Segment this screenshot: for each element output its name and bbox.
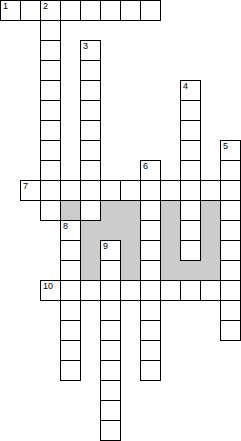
blocked-cell-r12c6 [120,240,141,261]
cell-r9c5[interactable] [100,180,121,201]
cell-r9c2[interactable] [40,180,61,201]
blocked-cell-r13c8 [160,260,181,281]
cell-r4c4[interactable] [80,80,101,101]
cell-r2c2[interactable] [40,40,61,61]
cell-r3c4[interactable] [80,60,101,81]
cell-r12c11[interactable] [220,240,241,261]
cell-r15c3[interactable] [60,300,81,321]
cell-r15c5[interactable] [100,300,121,321]
blocked-cell-r13c10 [200,260,221,281]
cell-r0c0[interactable]: 1 [0,0,21,21]
cell-r11c7[interactable] [140,220,161,241]
cell-r11c9[interactable] [180,220,201,241]
clue-number-1: 1 [3,2,8,11]
clue-number-4: 4 [183,82,188,91]
blocked-cell-r10c10 [200,200,221,221]
cell-r14c4[interactable] [80,280,101,301]
cell-r5c2[interactable] [40,100,61,121]
cell-r10c4[interactable] [80,200,101,221]
cell-r4c9[interactable]: 4 [180,80,201,101]
cell-r20c5[interactable] [100,400,121,421]
blocked-cell-r11c6 [120,220,141,241]
cell-r12c7[interactable] [140,240,161,261]
cell-r9c3[interactable] [60,180,81,201]
cell-r7c9[interactable] [180,140,201,161]
cell-r9c9[interactable] [180,180,201,201]
cell-r7c11[interactable]: 5 [220,140,241,161]
crossword-board: 12345678910 [0,0,241,441]
cell-r8c7[interactable]: 6 [140,160,161,181]
cell-r2c4[interactable]: 3 [80,40,101,61]
cell-r18c5[interactable] [100,360,121,381]
cell-r21c5[interactable] [100,420,121,441]
cell-r5c9[interactable] [180,100,201,121]
clue-number-6: 6 [143,162,148,171]
cell-r6c2[interactable] [40,120,61,141]
blocked-cell-r11c8 [160,220,181,241]
cell-r9c6[interactable] [120,180,141,201]
cell-r17c3[interactable] [60,340,81,361]
blocked-cell-r11c4 [80,220,101,241]
cell-r8c9[interactable] [180,160,201,181]
cell-r8c11[interactable] [220,160,241,181]
cell-r4c2[interactable] [40,80,61,101]
cell-r19c5[interactable] [100,380,121,401]
cell-r10c11[interactable] [220,200,241,221]
blocked-cell-r12c8 [160,240,181,261]
cell-r9c7[interactable] [140,180,161,201]
cell-r13c7[interactable] [140,260,161,281]
cell-r5c4[interactable] [80,100,101,121]
clue-number-7: 7 [23,182,28,191]
cell-r0c3[interactable] [60,0,81,21]
cell-r8c2[interactable] [40,160,61,181]
blocked-cell-r13c9 [180,260,201,281]
cell-r9c11[interactable] [220,180,241,201]
cell-r9c10[interactable] [200,180,221,201]
cell-r14c6[interactable] [120,280,141,301]
blocked-cell-r11c5 [100,220,121,241]
cell-r16c3[interactable] [60,320,81,341]
cell-r13c11[interactable] [220,260,241,281]
cell-r1c2[interactable] [40,20,61,41]
cell-r14c8[interactable] [160,280,181,301]
cell-r14c10[interactable] [200,280,221,301]
cell-r14c2[interactable]: 10 [40,280,61,301]
blocked-cell-r10c3 [60,200,81,221]
blocked-cell-r10c8 [160,200,181,221]
clue-number-8: 8 [63,222,68,231]
clue-number-9: 9 [103,242,108,251]
blocked-cell-r12c10 [200,240,221,261]
cell-r15c7[interactable] [140,300,161,321]
cell-r13c5[interactable] [100,260,121,281]
cell-r9c1[interactable]: 7 [20,180,41,201]
cell-r0c4[interactable] [80,0,101,21]
cell-r9c4[interactable] [80,180,101,201]
cell-r0c6[interactable] [120,0,141,21]
cell-r11c3[interactable]: 8 [60,220,81,241]
cell-r18c7[interactable] [140,360,161,381]
cell-r12c3[interactable] [60,240,81,261]
cell-r7c4[interactable] [80,140,101,161]
cell-r16c11[interactable] [220,320,241,341]
cell-r14c11[interactable] [220,280,241,301]
cell-r17c7[interactable] [140,340,161,361]
cell-r0c7[interactable] [140,0,161,21]
blocked-cell-r12c4 [80,240,101,261]
cell-r18c3[interactable] [60,360,81,381]
blocked-cell-r13c6 [120,260,141,281]
clue-number-10: 10 [43,282,53,291]
cell-r14c3[interactable] [60,280,81,301]
cell-r0c2[interactable]: 2 [40,0,61,21]
cell-r6c4[interactable] [80,120,101,141]
cell-r15c11[interactable] [220,300,241,321]
cell-r12c9[interactable] [180,240,201,261]
cell-r16c7[interactable] [140,320,161,341]
cell-r16c5[interactable] [100,320,121,341]
cell-r0c1[interactable] [20,0,41,21]
blocked-cell-r10c5 [100,200,121,221]
cell-r12c5[interactable]: 9 [100,240,121,261]
blocked-cell-r11c10 [200,220,221,241]
cell-r11c11[interactable] [220,220,241,241]
cell-r14c7[interactable] [140,280,161,301]
cell-r6c9[interactable] [180,120,201,141]
cell-r7c2[interactable] [40,140,61,161]
cell-r3c2[interactable] [40,60,61,81]
cell-r17c5[interactable] [100,340,121,361]
clue-number-2: 2 [43,2,48,11]
cell-r0c5[interactable] [100,0,121,21]
cell-r14c9[interactable] [180,280,201,301]
cell-r10c9[interactable] [180,200,201,221]
clue-number-3: 3 [83,42,88,51]
cell-r14c5[interactable] [100,280,121,301]
cell-r10c7[interactable] [140,200,161,221]
clue-number-5: 5 [223,142,228,151]
cell-r9c8[interactable] [160,180,181,201]
cell-r13c3[interactable] [60,260,81,281]
cell-r10c2[interactable] [40,200,61,221]
blocked-cell-r13c4 [80,260,101,281]
cell-r8c4[interactable] [80,160,101,181]
blocked-cell-r10c6 [120,200,141,221]
